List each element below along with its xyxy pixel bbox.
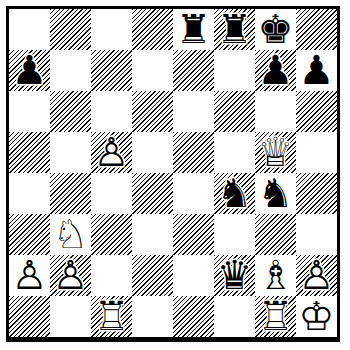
white-king-piece: ♚♔ [296,296,337,337]
square-g4[interactable]: ♞♞ [255,173,296,214]
chessboard-frame: ♜♜♜♜♚♚♟♟♟♟♟♟♟♙♛♕♞♞♞♞♞♘♟♙♟♙♛♛♝♗♟♙♜♖♜♖♚♔ [6,6,340,342]
white-pawn-piece: ♟♙ [50,255,91,296]
square-f3[interactable] [214,214,255,255]
square-d2[interactable] [132,255,173,296]
square-e1[interactable] [173,296,214,337]
square-h4[interactable] [296,173,337,214]
square-a6[interactable] [9,91,50,132]
white-rook-icon: ♖ [91,296,132,337]
square-e4[interactable] [173,173,214,214]
square-h6[interactable] [296,91,337,132]
square-c6[interactable] [91,91,132,132]
black-queen-icon: ♛ [214,255,255,296]
square-d6[interactable] [132,91,173,132]
white-rook-piece: ♜♖ [91,296,132,337]
black-pawn-piece: ♟♟ [296,50,337,91]
white-queen-piece: ♛♕ [255,132,296,173]
square-a7[interactable]: ♟♟ [9,50,50,91]
black-rook-icon: ♜ [214,9,255,50]
white-rook-icon: ♖ [255,296,296,337]
square-b1[interactable] [50,296,91,337]
square-b7[interactable] [50,50,91,91]
square-g1[interactable]: ♜♖ [255,296,296,337]
square-d1[interactable] [132,296,173,337]
square-h2[interactable]: ♟♙ [296,255,337,296]
white-pawn-piece: ♟♙ [91,132,132,173]
square-b6[interactable] [50,91,91,132]
square-f1[interactable] [214,296,255,337]
square-g6[interactable] [255,91,296,132]
square-d5[interactable] [132,132,173,173]
white-pawn-icon: ♙ [91,132,132,173]
white-pawn-icon: ♙ [9,255,50,296]
square-h8[interactable] [296,9,337,50]
square-f5[interactable] [214,132,255,173]
square-c2[interactable] [91,255,132,296]
square-h7[interactable]: ♟♟ [296,50,337,91]
square-f2[interactable]: ♛♛ [214,255,255,296]
square-g2[interactable]: ♝♗ [255,255,296,296]
black-knight-icon: ♞ [214,173,255,214]
square-b5[interactable] [50,132,91,173]
square-c4[interactable] [91,173,132,214]
square-f6[interactable] [214,91,255,132]
square-h5[interactable] [296,132,337,173]
white-king-icon: ♔ [296,296,337,337]
square-a4[interactable] [9,173,50,214]
black-knight-piece: ♞♞ [255,173,296,214]
square-d4[interactable] [132,173,173,214]
square-e7[interactable] [173,50,214,91]
square-a1[interactable] [9,296,50,337]
square-e3[interactable] [173,214,214,255]
white-bishop-icon: ♗ [255,255,296,296]
square-g7[interactable]: ♟♟ [255,50,296,91]
black-pawn-piece: ♟♟ [255,50,296,91]
white-knight-icon: ♘ [50,214,91,255]
black-pawn-piece: ♟♟ [9,50,50,91]
square-g8[interactable]: ♚♚ [255,9,296,50]
square-f7[interactable] [214,50,255,91]
square-d7[interactable] [132,50,173,91]
black-rook-piece: ♜♜ [173,9,214,50]
white-rook-piece: ♜♖ [255,296,296,337]
square-f8[interactable]: ♜♜ [214,9,255,50]
black-rook-icon: ♜ [173,9,214,50]
white-pawn-piece: ♟♙ [296,255,337,296]
white-bishop-piece: ♝♗ [255,255,296,296]
square-a8[interactable] [9,9,50,50]
chess-diagram-page: ♜♜♜♜♚♚♟♟♟♟♟♟♟♙♛♕♞♞♞♞♞♘♟♙♟♙♛♛♝♗♟♙♜♖♜♖♚♔ [0,0,350,350]
black-queen-piece: ♛♛ [214,255,255,296]
square-e8[interactable]: ♜♜ [173,9,214,50]
square-h1[interactable]: ♚♔ [296,296,337,337]
square-c8[interactable] [91,9,132,50]
square-h3[interactable] [296,214,337,255]
black-knight-icon: ♞ [255,173,296,214]
white-pawn-icon: ♙ [50,255,91,296]
black-knight-piece: ♞♞ [214,173,255,214]
square-f4[interactable]: ♞♞ [214,173,255,214]
white-knight-piece: ♞♘ [50,214,91,255]
square-c1[interactable]: ♜♖ [91,296,132,337]
square-a2[interactable]: ♟♙ [9,255,50,296]
square-b4[interactable] [50,173,91,214]
square-c5[interactable]: ♟♙ [91,132,132,173]
square-a5[interactable] [9,132,50,173]
black-pawn-icon: ♟ [255,50,296,91]
black-king-icon: ♚ [255,9,296,50]
black-pawn-icon: ♟ [9,50,50,91]
black-king-piece: ♚♚ [255,9,296,50]
square-a3[interactable] [9,214,50,255]
white-pawn-icon: ♙ [296,255,337,296]
square-b3[interactable]: ♞♘ [50,214,91,255]
square-d3[interactable] [132,214,173,255]
square-e6[interactable] [173,91,214,132]
square-g3[interactable] [255,214,296,255]
square-d8[interactable] [132,9,173,50]
chessboard: ♜♜♜♜♚♚♟♟♟♟♟♟♟♙♛♕♞♞♞♞♞♘♟♙♟♙♛♛♝♗♟♙♜♖♜♖♚♔ [9,9,337,337]
square-b8[interactable] [50,9,91,50]
white-pawn-piece: ♟♙ [9,255,50,296]
square-c7[interactable] [91,50,132,91]
black-pawn-icon: ♟ [296,50,337,91]
square-b2[interactable]: ♟♙ [50,255,91,296]
square-e5[interactable] [173,132,214,173]
white-queen-icon: ♕ [255,132,296,173]
square-c3[interactable] [91,214,132,255]
square-e2[interactable] [173,255,214,296]
square-g5[interactable]: ♛♕ [255,132,296,173]
black-rook-piece: ♜♜ [214,9,255,50]
